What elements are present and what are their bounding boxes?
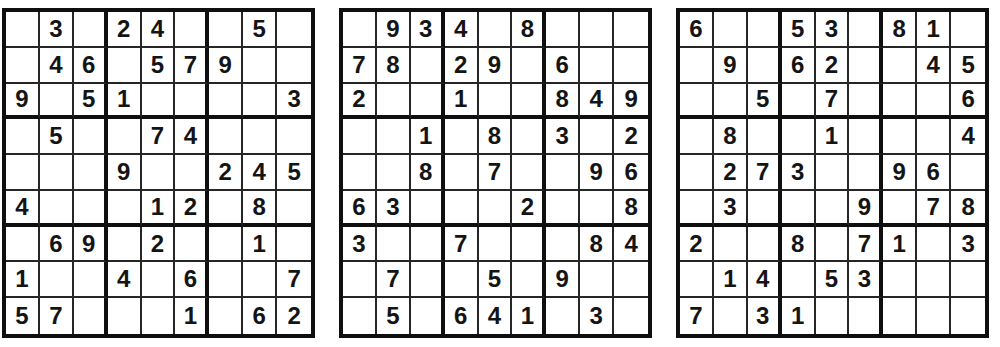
g3-cell-r5c7[interactable]: 9 xyxy=(883,155,917,191)
g3-cell-r2c8[interactable]: 4 xyxy=(917,48,951,84)
g3-cell-r9c9[interactable] xyxy=(951,298,985,334)
g1-cell-r6c9[interactable] xyxy=(277,191,311,227)
g2-cell-r7c8[interactable]: 8 xyxy=(580,227,614,263)
g1-cell-r4c4[interactable] xyxy=(108,119,142,155)
g1-cell-r6c6[interactable]: 2 xyxy=(175,191,209,227)
g3-cell-r5c6[interactable] xyxy=(849,155,883,191)
g1-cell-r7c7[interactable] xyxy=(209,227,243,263)
g2-cell-r1c1[interactable] xyxy=(343,12,377,48)
g2-cell-r2c6[interactable] xyxy=(512,48,546,84)
g1-cell-r5c8[interactable]: 4 xyxy=(243,155,277,191)
g2-cell-r5c8[interactable]: 9 xyxy=(580,155,614,191)
g3-cell-r2c9[interactable]: 5 xyxy=(951,48,985,84)
g3-cell-r3c1[interactable] xyxy=(680,84,714,120)
g2-cell-r5c5[interactable]: 7 xyxy=(479,155,513,191)
g1-cell-r9c6[interactable]: 1 xyxy=(175,298,209,334)
g2-cell-r2c8[interactable] xyxy=(580,48,614,84)
g3-cell-r7c3[interactable] xyxy=(748,227,782,263)
sudoku-grid-1: 3245465799513574924541286921146757162 xyxy=(2,8,315,338)
g1-cell-r2c1[interactable] xyxy=(6,48,40,84)
g2-cell-r5c2[interactable] xyxy=(377,155,411,191)
g1-cell-r6c4[interactable] xyxy=(108,191,142,227)
g2-cell-r3c6[interactable] xyxy=(512,84,546,120)
g1-cell-r1c3[interactable] xyxy=(74,12,108,48)
g3-cell-r8c9[interactable] xyxy=(951,262,985,298)
g3-cell-r5c4[interactable]: 3 xyxy=(782,155,816,191)
g3-cell-r5c9[interactable] xyxy=(951,155,985,191)
g1-cell-r7c8[interactable]: 1 xyxy=(243,227,277,263)
g3-cell-r9c1[interactable]: 7 xyxy=(680,298,714,334)
g3-cell-r1c6[interactable] xyxy=(849,12,883,48)
g3-cell-r4c6[interactable] xyxy=(849,119,883,155)
g1-cell-r1c2[interactable]: 3 xyxy=(40,12,74,48)
sudoku-grid-3: 6538196245576814273963978287131453731 xyxy=(676,8,989,338)
g1-cell-r8c5[interactable] xyxy=(142,262,176,298)
g3-cell-r9c4[interactable]: 1 xyxy=(782,298,816,334)
g3-cell-r1c3[interactable] xyxy=(748,12,782,48)
g2-cell-r8c3[interactable] xyxy=(411,262,445,298)
g2-cell-r2c9[interactable] xyxy=(614,48,648,84)
g2-cell-r9c5[interactable]: 4 xyxy=(479,298,513,334)
g3-cell-r2c4[interactable]: 6 xyxy=(782,48,816,84)
g2-cell-r1c6[interactable]: 8 xyxy=(512,12,546,48)
g1-cell-r8c4[interactable]: 4 xyxy=(108,262,142,298)
g2-cell-r4c9[interactable]: 2 xyxy=(614,119,648,155)
g3-cell-r2c2[interactable]: 9 xyxy=(714,48,748,84)
g2-cell-r4c4[interactable] xyxy=(445,119,479,155)
g2-cell-r7c2[interactable] xyxy=(377,227,411,263)
g3-cell-r4c7[interactable] xyxy=(883,119,917,155)
g1-cell-r2c2[interactable]: 4 xyxy=(40,48,74,84)
g3-cell-r7c5[interactable] xyxy=(816,227,850,263)
g3-cell-r4c1[interactable] xyxy=(680,119,714,155)
g1-cell-r7c9[interactable] xyxy=(277,227,311,263)
g2-cell-r3c8[interactable]: 4 xyxy=(580,84,614,120)
g2-cell-r1c3[interactable]: 3 xyxy=(411,12,445,48)
g1-cell-r1c9[interactable] xyxy=(277,12,311,48)
g2-cell-r2c2[interactable]: 8 xyxy=(377,48,411,84)
g1-cell-r5c1[interactable] xyxy=(6,155,40,191)
g1-cell-r6c3[interactable] xyxy=(74,191,108,227)
g1-cell-r1c4[interactable]: 2 xyxy=(108,12,142,48)
g1-cell-r4c8[interactable] xyxy=(243,119,277,155)
g2-cell-r6c1[interactable]: 6 xyxy=(343,191,377,227)
g1-cell-r3c7[interactable] xyxy=(209,84,243,120)
g2-cell-r5c9[interactable]: 6 xyxy=(614,155,648,191)
g1-cell-r8c9[interactable]: 7 xyxy=(277,262,311,298)
g1-cell-r1c7[interactable] xyxy=(209,12,243,48)
g1-cell-r8c6[interactable]: 6 xyxy=(175,262,209,298)
g3-cell-r6c9[interactable]: 8 xyxy=(951,191,985,227)
g2-cell-r1c5[interactable] xyxy=(479,12,513,48)
g3-cell-r4c2[interactable]: 8 xyxy=(714,119,748,155)
g1-cell-r5c2[interactable] xyxy=(40,155,74,191)
g2-cell-r9c7[interactable] xyxy=(546,298,580,334)
g1-cell-r9c5[interactable] xyxy=(142,298,176,334)
g3-cell-r5c3[interactable]: 7 xyxy=(748,155,782,191)
g2-cell-r7c6[interactable] xyxy=(512,227,546,263)
g2-cell-r6c8[interactable] xyxy=(580,191,614,227)
g3-cell-r6c2[interactable]: 3 xyxy=(714,191,748,227)
g2-cell-r2c3[interactable] xyxy=(411,48,445,84)
g2-cell-r2c7[interactable]: 6 xyxy=(546,48,580,84)
g2-cell-r9c3[interactable] xyxy=(411,298,445,334)
g3-cell-r4c4[interactable] xyxy=(782,119,816,155)
g2-cell-r9c9[interactable] xyxy=(614,298,648,334)
g2-cell-r5c1[interactable] xyxy=(343,155,377,191)
g1-cell-r7c6[interactable] xyxy=(175,227,209,263)
g3-cell-r8c7[interactable] xyxy=(883,262,917,298)
g1-cell-r5c4[interactable]: 9 xyxy=(108,155,142,191)
g3-cell-r6c8[interactable]: 7 xyxy=(917,191,951,227)
g3-cell-r9c6[interactable] xyxy=(849,298,883,334)
g3-cell-r8c5[interactable]: 5 xyxy=(816,262,850,298)
g3-cell-r9c2[interactable] xyxy=(714,298,748,334)
g2-cell-r2c1[interactable]: 7 xyxy=(343,48,377,84)
g2-cell-r6c9[interactable]: 8 xyxy=(614,191,648,227)
g2-cell-r5c7[interactable] xyxy=(546,155,580,191)
g1-cell-r8c1[interactable]: 1 xyxy=(6,262,40,298)
g1-cell-r7c1[interactable] xyxy=(6,227,40,263)
g1-cell-r5c3[interactable] xyxy=(74,155,108,191)
g1-cell-r7c2[interactable]: 6 xyxy=(40,227,74,263)
g1-cell-r6c7[interactable] xyxy=(209,191,243,227)
g3-cell-r1c9[interactable] xyxy=(951,12,985,48)
g2-cell-r7c3[interactable] xyxy=(411,227,445,263)
g2-cell-r2c4[interactable]: 2 xyxy=(445,48,479,84)
g3-cell-r7c2[interactable] xyxy=(714,227,748,263)
g2-cell-r1c7[interactable] xyxy=(546,12,580,48)
g2-cell-r6c6[interactable]: 2 xyxy=(512,191,546,227)
g3-cell-r3c7[interactable] xyxy=(883,84,917,120)
g1-cell-r8c2[interactable] xyxy=(40,262,74,298)
g3-cell-r1c5[interactable]: 3 xyxy=(816,12,850,48)
g3-cell-r7c7[interactable]: 1 xyxy=(883,227,917,263)
g2-cell-r5c3[interactable]: 8 xyxy=(411,155,445,191)
g3-cell-r4c9[interactable]: 4 xyxy=(951,119,985,155)
g3-cell-r8c4[interactable] xyxy=(782,262,816,298)
g3-cell-r6c5[interactable] xyxy=(816,191,850,227)
g2-cell-r3c3[interactable] xyxy=(411,84,445,120)
g2-cell-r3c9[interactable]: 9 xyxy=(614,84,648,120)
g1-cell-r3c1[interactable]: 9 xyxy=(6,84,40,120)
g2-cell-r3c7[interactable]: 8 xyxy=(546,84,580,120)
g1-cell-r4c5[interactable]: 7 xyxy=(142,119,176,155)
g1-cell-r9c2[interactable]: 7 xyxy=(40,298,74,334)
g1-cell-r3c5[interactable] xyxy=(142,84,176,120)
g2-cell-r1c9[interactable] xyxy=(614,12,648,48)
g1-cell-r2c5[interactable]: 5 xyxy=(142,48,176,84)
g1-cell-r1c5[interactable]: 4 xyxy=(142,12,176,48)
g2-cell-r3c5[interactable] xyxy=(479,84,513,120)
g2-cell-r7c9[interactable]: 4 xyxy=(614,227,648,263)
g2-cell-r9c1[interactable] xyxy=(343,298,377,334)
g3-cell-r3c8[interactable] xyxy=(917,84,951,120)
g2-cell-r8c8[interactable] xyxy=(580,262,614,298)
g3-cell-r7c9[interactable]: 3 xyxy=(951,227,985,263)
g3-cell-r5c2[interactable]: 2 xyxy=(714,155,748,191)
g3-cell-r9c3[interactable]: 3 xyxy=(748,298,782,334)
g2-cell-r1c4[interactable]: 4 xyxy=(445,12,479,48)
g3-cell-r7c1[interactable]: 2 xyxy=(680,227,714,263)
g2-cell-r2c5[interactable]: 9 xyxy=(479,48,513,84)
g1-cell-r1c8[interactable]: 5 xyxy=(243,12,277,48)
g1-cell-r9c7[interactable] xyxy=(209,298,243,334)
g3-cell-r7c8[interactable] xyxy=(917,227,951,263)
g1-cell-r6c5[interactable]: 1 xyxy=(142,191,176,227)
g3-cell-r4c5[interactable]: 1 xyxy=(816,119,850,155)
g1-cell-r7c4[interactable] xyxy=(108,227,142,263)
g1-cell-r6c2[interactable] xyxy=(40,191,74,227)
g1-cell-r9c4[interactable] xyxy=(108,298,142,334)
g2-cell-r7c7[interactable] xyxy=(546,227,580,263)
g1-cell-r9c3[interactable] xyxy=(74,298,108,334)
g1-cell-r4c1[interactable] xyxy=(6,119,40,155)
g3-cell-r8c6[interactable]: 3 xyxy=(849,262,883,298)
g2-cell-r6c5[interactable] xyxy=(479,191,513,227)
g1-cell-r2c7[interactable]: 9 xyxy=(209,48,243,84)
g3-cell-r3c2[interactable] xyxy=(714,84,748,120)
g1-cell-r4c9[interactable] xyxy=(277,119,311,155)
g3-cell-r6c1[interactable] xyxy=(680,191,714,227)
g1-cell-r2c3[interactable]: 6 xyxy=(74,48,108,84)
g3-cell-r2c7[interactable] xyxy=(883,48,917,84)
g3-cell-r3c9[interactable]: 6 xyxy=(951,84,985,120)
g2-cell-r7c4[interactable]: 7 xyxy=(445,227,479,263)
g3-cell-r5c5[interactable] xyxy=(816,155,850,191)
g3-cell-r9c7[interactable] xyxy=(883,298,917,334)
g3-cell-r8c2[interactable]: 1 xyxy=(714,262,748,298)
g2-cell-r3c4[interactable]: 1 xyxy=(445,84,479,120)
g2-cell-r8c6[interactable] xyxy=(512,262,546,298)
g1-cell-r3c2[interactable] xyxy=(40,84,74,120)
sudoku-page: 3245465799513574924541286921146757162 93… xyxy=(0,0,1000,347)
g3-cell-r3c6[interactable] xyxy=(849,84,883,120)
g2-cell-r6c3[interactable] xyxy=(411,191,445,227)
g1-cell-r5c6[interactable] xyxy=(175,155,209,191)
g3-cell-r8c8[interactable] xyxy=(917,262,951,298)
g3-cell-r2c5[interactable]: 2 xyxy=(816,48,850,84)
g2-cell-r4c7[interactable]: 3 xyxy=(546,119,580,155)
g2-cell-r4c2[interactable] xyxy=(377,119,411,155)
g1-cell-r3c8[interactable] xyxy=(243,84,277,120)
sudoku-grid-2: 93487829621849183287966328378475956413 xyxy=(339,8,652,338)
g2-cell-r4c8[interactable] xyxy=(580,119,614,155)
g3-cell-r2c3[interactable] xyxy=(748,48,782,84)
g1-cell-r3c4[interactable]: 1 xyxy=(108,84,142,120)
g3-cell-r8c3[interactable]: 4 xyxy=(748,262,782,298)
g2-cell-r9c4[interactable]: 6 xyxy=(445,298,479,334)
g2-cell-r9c8[interactable]: 3 xyxy=(580,298,614,334)
g2-cell-r9c2[interactable]: 5 xyxy=(377,298,411,334)
g2-cell-r5c4[interactable] xyxy=(445,155,479,191)
g1-cell-r4c3[interactable] xyxy=(74,119,108,155)
g1-cell-r4c6[interactable]: 4 xyxy=(175,119,209,155)
g3-cell-r3c4[interactable] xyxy=(782,84,816,120)
g3-cell-r6c7[interactable] xyxy=(883,191,917,227)
g2-cell-r4c6[interactable] xyxy=(512,119,546,155)
g3-cell-r2c6[interactable] xyxy=(849,48,883,84)
g1-cell-r3c6[interactable] xyxy=(175,84,209,120)
g1-cell-r7c3[interactable]: 9 xyxy=(74,227,108,263)
g2-cell-r8c5[interactable]: 5 xyxy=(479,262,513,298)
g2-cell-r5c6[interactable] xyxy=(512,155,546,191)
g3-cell-r7c4[interactable]: 8 xyxy=(782,227,816,263)
g1-cell-r1c6[interactable] xyxy=(175,12,209,48)
g2-cell-r3c2[interactable] xyxy=(377,84,411,120)
g3-cell-r1c8[interactable]: 1 xyxy=(917,12,951,48)
g2-cell-r8c1[interactable] xyxy=(343,262,377,298)
g3-cell-r1c1[interactable]: 6 xyxy=(680,12,714,48)
g1-cell-r5c5[interactable] xyxy=(142,155,176,191)
g3-cell-r6c3[interactable] xyxy=(748,191,782,227)
g1-cell-r2c6[interactable]: 7 xyxy=(175,48,209,84)
g2-cell-r8c2[interactable]: 7 xyxy=(377,262,411,298)
g2-cell-r1c2[interactable]: 9 xyxy=(377,12,411,48)
g1-cell-r9c8[interactable]: 6 xyxy=(243,298,277,334)
g3-cell-r2c1[interactable] xyxy=(680,48,714,84)
g2-cell-r7c1[interactable]: 3 xyxy=(343,227,377,263)
g1-cell-r8c3[interactable] xyxy=(74,262,108,298)
g2-cell-r4c5[interactable]: 8 xyxy=(479,119,513,155)
g1-cell-r9c1[interactable]: 5 xyxy=(6,298,40,334)
g1-cell-r8c8[interactable] xyxy=(243,262,277,298)
g3-cell-r1c4[interactable]: 5 xyxy=(782,12,816,48)
g3-cell-r4c8[interactable] xyxy=(917,119,951,155)
g3-cell-r9c5[interactable] xyxy=(816,298,850,334)
g2-cell-r6c2[interactable]: 3 xyxy=(377,191,411,227)
g2-cell-r8c4[interactable] xyxy=(445,262,479,298)
g2-cell-r8c9[interactable] xyxy=(614,262,648,298)
g3-cell-r1c7[interactable]: 8 xyxy=(883,12,917,48)
g1-cell-r5c9[interactable]: 5 xyxy=(277,155,311,191)
g1-cell-r1c1[interactable] xyxy=(6,12,40,48)
g1-cell-r7c5[interactable]: 2 xyxy=(142,227,176,263)
g2-cell-r9c6[interactable]: 1 xyxy=(512,298,546,334)
g3-cell-r6c6[interactable]: 9 xyxy=(849,191,883,227)
g1-cell-r2c4[interactable] xyxy=(108,48,142,84)
g3-cell-r5c8[interactable]: 6 xyxy=(917,155,951,191)
g1-cell-r4c2[interactable]: 5 xyxy=(40,119,74,155)
g1-cell-r6c8[interactable]: 8 xyxy=(243,191,277,227)
g2-cell-r7c5[interactable] xyxy=(479,227,513,263)
g1-cell-r3c9[interactable]: 3 xyxy=(277,84,311,120)
g2-cell-r3c1[interactable]: 2 xyxy=(343,84,377,120)
g3-cell-r9c8[interactable] xyxy=(917,298,951,334)
g3-cell-r8c1[interactable] xyxy=(680,262,714,298)
g2-cell-r1c8[interactable] xyxy=(580,12,614,48)
g2-cell-r4c1[interactable] xyxy=(343,119,377,155)
g2-cell-r8c7[interactable]: 9 xyxy=(546,262,580,298)
g2-cell-r6c7[interactable] xyxy=(546,191,580,227)
g1-cell-r5c7[interactable]: 2 xyxy=(209,155,243,191)
g3-cell-r4c3[interactable] xyxy=(748,119,782,155)
g1-cell-r3c3[interactable]: 5 xyxy=(74,84,108,120)
g1-cell-r2c8[interactable] xyxy=(243,48,277,84)
g1-cell-r2c9[interactable] xyxy=(277,48,311,84)
g2-cell-r6c4[interactable] xyxy=(445,191,479,227)
g3-cell-r7c6[interactable]: 7 xyxy=(849,227,883,263)
g3-cell-r3c5[interactable]: 7 xyxy=(816,84,850,120)
g1-cell-r4c7[interactable] xyxy=(209,119,243,155)
g2-cell-r4c3[interactable]: 1 xyxy=(411,119,445,155)
g1-cell-r9c9[interactable]: 2 xyxy=(277,298,311,334)
g1-cell-r8c7[interactable] xyxy=(209,262,243,298)
g1-cell-r6c1[interactable]: 4 xyxy=(6,191,40,227)
g3-cell-r6c4[interactable] xyxy=(782,191,816,227)
g3-cell-r1c2[interactable] xyxy=(714,12,748,48)
g3-cell-r5c1[interactable] xyxy=(680,155,714,191)
g3-cell-r3c3[interactable]: 5 xyxy=(748,84,782,120)
